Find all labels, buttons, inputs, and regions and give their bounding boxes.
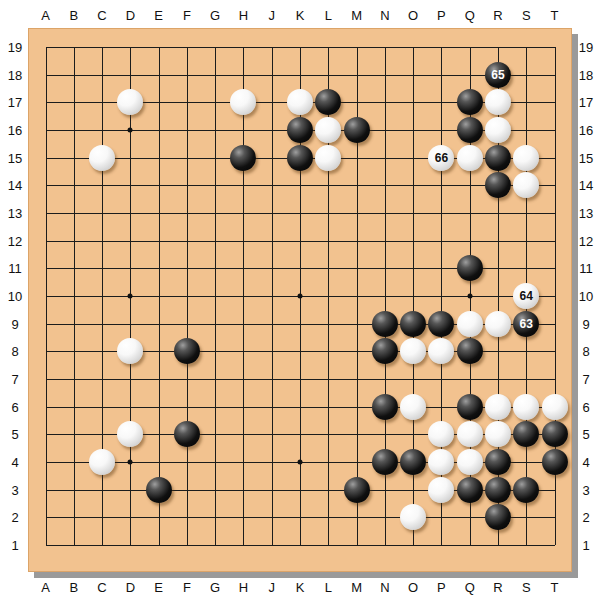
stone-white-L15[interactable] — [315, 145, 341, 171]
row-label-left: 2 — [11, 511, 18, 524]
row-label-right: 4 — [582, 456, 589, 469]
star-point — [128, 294, 133, 299]
stone-white-R17[interactable] — [485, 89, 511, 115]
col-label-top: D — [126, 9, 135, 22]
stone-black-P9[interactable] — [428, 311, 454, 337]
row-label-left: 7 — [11, 373, 18, 386]
stone-black-R2[interactable] — [485, 504, 511, 530]
col-label-bottom: Q — [465, 581, 475, 594]
col-label-bottom: F — [183, 581, 191, 594]
star-point — [298, 460, 303, 465]
col-label-top: S — [522, 9, 531, 22]
stone-black-M16[interactable] — [344, 117, 370, 143]
stone-black-S9[interactable]: 63 — [513, 311, 539, 337]
stone-white-S14[interactable] — [513, 172, 539, 198]
col-label-top: B — [69, 9, 78, 22]
stone-black-T4[interactable] — [542, 449, 568, 475]
col-label-top: F — [183, 9, 191, 22]
stone-black-R4[interactable] — [485, 449, 511, 475]
row-label-left: 5 — [11, 428, 18, 441]
stone-black-F8[interactable] — [174, 338, 200, 364]
stone-white-Q5[interactable] — [457, 421, 483, 447]
stone-white-C4[interactable] — [89, 449, 115, 475]
col-label-bottom: E — [154, 581, 163, 594]
col-label-bottom: L — [325, 581, 332, 594]
row-label-right: 2 — [582, 511, 589, 524]
stone-black-N8[interactable] — [372, 338, 398, 364]
stone-black-R14[interactable] — [485, 172, 511, 198]
stone-black-O4[interactable] — [400, 449, 426, 475]
col-label-bottom: R — [493, 581, 502, 594]
row-label-left: 16 — [8, 124, 22, 137]
grid-line-horizontal — [46, 545, 555, 546]
stone-black-S3[interactable] — [513, 477, 539, 503]
stone-white-P3[interactable] — [428, 477, 454, 503]
col-label-top: O — [408, 9, 418, 22]
stone-black-N9[interactable] — [372, 311, 398, 337]
stone-black-M3[interactable] — [344, 477, 370, 503]
row-label-right: 6 — [582, 400, 589, 413]
stone-white-O8[interactable] — [400, 338, 426, 364]
stone-white-C15[interactable] — [89, 145, 115, 171]
row-label-right: 3 — [582, 483, 589, 496]
stone-white-Q15[interactable] — [457, 145, 483, 171]
col-label-bottom: K — [296, 581, 305, 594]
col-label-top: M — [351, 9, 362, 22]
stone-black-L17[interactable] — [315, 89, 341, 115]
stone-white-K17[interactable] — [287, 89, 313, 115]
stone-white-D8[interactable] — [117, 338, 143, 364]
stone-black-F5[interactable] — [174, 421, 200, 447]
stone-black-K16[interactable] — [287, 117, 313, 143]
stone-black-Q3[interactable] — [457, 477, 483, 503]
col-label-top: T — [551, 9, 559, 22]
stone-white-L16[interactable] — [315, 117, 341, 143]
stone-black-N6[interactable] — [372, 394, 398, 420]
star-point — [128, 128, 133, 133]
row-label-right: 7 — [582, 373, 589, 386]
stone-black-T5[interactable] — [542, 421, 568, 447]
stone-white-S6[interactable] — [513, 394, 539, 420]
stone-white-R5[interactable] — [485, 421, 511, 447]
col-label-top: C — [97, 9, 106, 22]
grid-line-horizontal — [46, 379, 555, 380]
col-label-bottom: D — [126, 581, 135, 594]
col-label-bottom: B — [69, 581, 78, 594]
row-label-right: 12 — [579, 234, 593, 247]
stone-white-R9[interactable] — [485, 311, 511, 337]
move-number-label: 66 — [428, 145, 454, 171]
stone-black-O9[interactable] — [400, 311, 426, 337]
move-number-label: 63 — [513, 311, 539, 337]
row-label-left: 9 — [11, 317, 18, 330]
col-label-bottom: S — [522, 581, 531, 594]
col-label-top: E — [154, 9, 163, 22]
star-point — [128, 460, 133, 465]
stone-white-H17[interactable] — [230, 89, 256, 115]
stone-white-O2[interactable] — [400, 504, 426, 530]
col-label-top: K — [296, 9, 305, 22]
stone-white-P5[interactable] — [428, 421, 454, 447]
stone-white-Q9[interactable] — [457, 311, 483, 337]
row-label-right: 18 — [579, 68, 593, 81]
stone-black-R18[interactable]: 65 — [485, 62, 511, 88]
col-label-top: Q — [465, 9, 475, 22]
col-label-bottom: H — [239, 581, 248, 594]
col-label-top: H — [239, 9, 248, 22]
stone-white-P8[interactable] — [428, 338, 454, 364]
row-label-right: 15 — [579, 151, 593, 164]
row-label-right: 17 — [579, 96, 593, 109]
col-label-top: L — [325, 9, 332, 22]
stone-white-O6[interactable] — [400, 394, 426, 420]
row-label-left: 19 — [8, 41, 22, 54]
stone-black-Q16[interactable] — [457, 117, 483, 143]
stone-black-K15[interactable] — [287, 145, 313, 171]
row-label-left: 3 — [11, 483, 18, 496]
col-label-bottom: N — [380, 581, 389, 594]
col-label-top: G — [210, 9, 220, 22]
stone-white-R6[interactable] — [485, 394, 511, 420]
stone-black-H15[interactable] — [230, 145, 256, 171]
stone-black-S5[interactable] — [513, 421, 539, 447]
col-label-top: R — [493, 9, 502, 22]
stone-black-Q17[interactable] — [457, 89, 483, 115]
stone-black-Q8[interactable] — [457, 338, 483, 364]
row-label-left: 8 — [11, 345, 18, 358]
row-label-right: 9 — [582, 317, 589, 330]
row-label-left: 17 — [8, 96, 22, 109]
grid-line-horizontal — [46, 517, 555, 518]
stone-black-N4[interactable] — [372, 449, 398, 475]
stone-black-Q11[interactable] — [457, 255, 483, 281]
row-label-left: 10 — [8, 290, 22, 303]
col-label-top: A — [41, 9, 50, 22]
row-label-left: 11 — [8, 262, 22, 275]
stone-white-S10[interactable]: 64 — [513, 283, 539, 309]
row-label-right: 5 — [582, 428, 589, 441]
row-label-right: 13 — [579, 207, 593, 220]
stone-black-R15[interactable] — [485, 145, 511, 171]
col-label-bottom: C — [97, 581, 106, 594]
stone-white-R16[interactable] — [485, 117, 511, 143]
row-label-left: 1 — [11, 539, 18, 552]
row-label-right: 1 — [582, 539, 589, 552]
star-point — [298, 294, 303, 299]
col-label-top: J — [268, 9, 275, 22]
col-label-bottom: P — [437, 581, 446, 594]
stone-black-R3[interactable] — [485, 477, 511, 503]
stone-white-S15[interactable] — [513, 145, 539, 171]
stone-white-P15[interactable]: 66 — [428, 145, 454, 171]
row-label-right: 19 — [579, 41, 593, 54]
row-label-left: 12 — [8, 234, 22, 247]
stone-black-E3[interactable] — [146, 477, 172, 503]
col-label-bottom: G — [210, 581, 220, 594]
row-label-right: 8 — [582, 345, 589, 358]
col-label-top: N — [380, 9, 389, 22]
row-label-left: 15 — [8, 151, 22, 164]
star-point — [467, 294, 472, 299]
row-label-left: 18 — [8, 68, 22, 81]
stone-white-D17[interactable] — [117, 89, 143, 115]
stone-white-T6[interactable] — [542, 394, 568, 420]
row-label-right: 11 — [579, 262, 593, 275]
col-label-bottom: O — [408, 581, 418, 594]
row-label-left: 13 — [8, 207, 22, 220]
col-label-bottom: A — [41, 581, 50, 594]
row-label-right: 14 — [579, 179, 593, 192]
row-label-left: 4 — [11, 456, 18, 469]
row-label-left: 6 — [11, 400, 18, 413]
stone-black-Q6[interactable] — [457, 394, 483, 420]
stone-white-Q4[interactable] — [457, 449, 483, 475]
col-label-bottom: T — [551, 581, 559, 594]
move-number-label: 65 — [485, 62, 511, 88]
row-label-right: 16 — [579, 124, 593, 137]
col-label-bottom: M — [351, 581, 362, 594]
col-label-bottom: J — [268, 581, 275, 594]
stone-white-P4[interactable] — [428, 449, 454, 475]
row-label-right: 10 — [579, 290, 593, 303]
go-board-viewer: AABBCCDDEEFFGGHHJJKKLLMMNNOOPPQQRRSSTT19… — [0, 0, 600, 600]
move-number-label: 64 — [513, 283, 539, 309]
row-label-left: 14 — [8, 179, 22, 192]
stone-white-D5[interactable] — [117, 421, 143, 447]
col-label-top: P — [437, 9, 446, 22]
